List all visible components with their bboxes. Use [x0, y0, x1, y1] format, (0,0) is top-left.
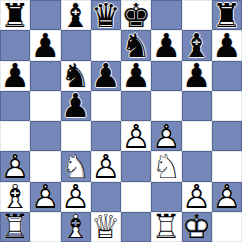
white-pawn-outline: ♙ — [91, 151, 121, 181]
piece-black-pawn-e6[interactable]: ♟ — [121, 61, 151, 91]
chess-board: ♜♝♛♚♜♟♞♟♝♟♟♞♟♟♟♟♟♙♟♙♟♙♞♘♟♙♞♘♝♗♟♙♟♙♟♙♟♙♜♖… — [0, 0, 242, 242]
white-king-outline: ♔ — [182, 212, 212, 242]
black-queen-glyph: ♛ — [91, 0, 121, 30]
black-pawn-glyph: ♟ — [91, 61, 121, 91]
piece-white-queen-d1[interactable]: ♛♕ — [91, 212, 121, 242]
piece-black-pawn-d6[interactable]: ♟ — [91, 61, 121, 91]
black-pawn-glyph: ♟ — [121, 61, 151, 91]
square-e2[interactable] — [121, 182, 151, 212]
square-c8[interactable]: ♝ — [61, 0, 91, 30]
piece-white-rook-f1[interactable]: ♜♖ — [151, 212, 181, 242]
square-c5[interactable]: ♟ — [61, 91, 91, 121]
square-d1[interactable]: ♛♕ — [91, 212, 121, 242]
square-g5[interactable] — [182, 91, 212, 121]
square-h7[interactable]: ♟ — [212, 30, 242, 60]
square-d6[interactable]: ♟ — [91, 61, 121, 91]
piece-white-pawn-b2[interactable]: ♟♙ — [30, 182, 60, 212]
square-g6[interactable]: ♟ — [182, 61, 212, 91]
square-f1[interactable]: ♜♖ — [151, 212, 181, 242]
square-b1[interactable] — [30, 212, 60, 242]
square-b2[interactable]: ♟♙ — [30, 182, 60, 212]
square-f6[interactable] — [151, 61, 181, 91]
square-h1[interactable] — [212, 212, 242, 242]
piece-black-bishop-c8[interactable]: ♝ — [61, 0, 91, 30]
piece-white-pawn-d3[interactable]: ♟♙ — [91, 151, 121, 181]
square-d8[interactable]: ♛ — [91, 0, 121, 30]
square-g1[interactable]: ♚♔ — [182, 212, 212, 242]
black-pawn-glyph: ♟ — [151, 30, 181, 60]
square-e3[interactable] — [121, 151, 151, 181]
square-b5[interactable] — [30, 91, 60, 121]
square-b6[interactable] — [30, 61, 60, 91]
square-a5[interactable] — [0, 91, 30, 121]
white-rook-outline: ♖ — [151, 212, 181, 242]
square-h6[interactable] — [212, 61, 242, 91]
white-pawn-outline: ♙ — [121, 121, 151, 151]
piece-white-king-g1[interactable]: ♚♔ — [182, 212, 212, 242]
piece-black-queen-d8[interactable]: ♛ — [91, 0, 121, 30]
white-queen-outline: ♕ — [91, 212, 121, 242]
piece-black-pawn-g6[interactable]: ♟ — [182, 61, 212, 91]
black-pawn-glyph: ♟ — [0, 61, 30, 91]
piece-black-pawn-c5[interactable]: ♟ — [61, 91, 91, 121]
white-rook-outline: ♖ — [0, 212, 30, 242]
piece-white-knight-f3[interactable]: ♞♘ — [151, 151, 181, 181]
square-h2[interactable]: ♟♙ — [212, 182, 242, 212]
black-bishop-glyph: ♝ — [61, 0, 91, 30]
square-e1[interactable] — [121, 212, 151, 242]
white-pawn-outline: ♙ — [30, 182, 60, 212]
white-pawn-outline: ♙ — [212, 182, 242, 212]
square-c1[interactable]: ♝♗ — [61, 212, 91, 242]
square-h4[interactable] — [212, 121, 242, 151]
piece-white-bishop-c1[interactable]: ♝♗ — [61, 212, 91, 242]
black-pawn-glyph: ♟ — [30, 30, 60, 60]
black-pawn-glyph: ♟ — [182, 61, 212, 91]
square-a1[interactable]: ♜♖ — [0, 212, 30, 242]
square-b7[interactable]: ♟ — [30, 30, 60, 60]
piece-black-pawn-h7[interactable]: ♟ — [212, 30, 242, 60]
square-d3[interactable]: ♟♙ — [91, 151, 121, 181]
square-e6[interactable]: ♟ — [121, 61, 151, 91]
piece-white-pawn-e4[interactable]: ♟♙ — [121, 121, 151, 151]
square-a8[interactable]: ♜ — [0, 0, 30, 30]
black-pawn-glyph: ♟ — [61, 91, 91, 121]
black-pawn-glyph: ♟ — [212, 30, 242, 60]
square-f3[interactable]: ♞♘ — [151, 151, 181, 181]
black-rook-glyph: ♜ — [0, 0, 30, 30]
white-bishop-outline: ♗ — [61, 212, 91, 242]
piece-white-pawn-h2[interactable]: ♟♙ — [212, 182, 242, 212]
square-a6[interactable]: ♟ — [0, 61, 30, 91]
square-f7[interactable]: ♟ — [151, 30, 181, 60]
piece-white-rook-a1[interactable]: ♜♖ — [0, 212, 30, 242]
square-d5[interactable] — [91, 91, 121, 121]
square-e4[interactable]: ♟♙ — [121, 121, 151, 151]
piece-black-pawn-a6[interactable]: ♟ — [0, 61, 30, 91]
square-h5[interactable] — [212, 91, 242, 121]
square-g4[interactable] — [182, 121, 212, 151]
square-b4[interactable] — [30, 121, 60, 151]
piece-black-rook-a8[interactable]: ♜ — [0, 0, 30, 30]
white-knight-outline: ♘ — [151, 151, 181, 181]
piece-black-pawn-b7[interactable]: ♟ — [30, 30, 60, 60]
piece-black-pawn-f7[interactable]: ♟ — [151, 30, 181, 60]
